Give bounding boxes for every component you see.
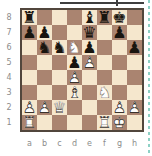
file-label-f: f xyxy=(97,137,112,150)
square-a3[interactable] xyxy=(22,85,37,100)
square-g6[interactable] xyxy=(112,40,127,55)
square-e2[interactable] xyxy=(82,100,97,115)
square-e7[interactable]: ♛ xyxy=(82,25,97,40)
square-c7[interactable] xyxy=(52,25,67,40)
square-a2[interactable]: ♟♙ xyxy=(22,100,37,115)
piece-white-pawn-fill: ♟ xyxy=(82,55,97,70)
piece-white-rook-fill: ♜ xyxy=(22,115,37,130)
square-f3[interactable]: ♞♘ xyxy=(97,85,112,100)
rank-label-1: 1 xyxy=(2,115,16,130)
square-d6[interactable]: ♞♘ xyxy=(67,40,82,55)
square-a6[interactable] xyxy=(22,40,37,55)
piece-black-bishop-e8: ♝ xyxy=(82,10,97,25)
piece-white-king-fill: ♚ xyxy=(112,115,127,130)
piece-white-pawn-fill: ♟ xyxy=(22,100,37,115)
file-label-a: a xyxy=(22,137,37,150)
rank-label-5: 5 xyxy=(2,55,16,70)
square-b2[interactable]: ♟♙ xyxy=(37,100,52,115)
square-g3[interactable] xyxy=(112,85,127,100)
square-b1[interactable] xyxy=(37,115,52,130)
square-c4[interactable] xyxy=(52,70,67,85)
square-d4[interactable]: ♟♙ xyxy=(67,70,82,85)
piece-black-knight-b6: ♞ xyxy=(37,40,52,55)
piece-white-pawn-a2: ♙ xyxy=(22,100,37,115)
square-c2[interactable]: ♛♕ xyxy=(52,100,67,115)
square-a8[interactable]: ♜ xyxy=(22,10,37,25)
square-d2[interactable] xyxy=(67,100,82,115)
rank-label-2: 2 xyxy=(2,100,16,115)
piece-white-rook-a1: ♖ xyxy=(22,115,37,130)
square-f2[interactable] xyxy=(97,100,112,115)
square-c3[interactable] xyxy=(52,85,67,100)
piece-white-bishop-d3: ♗ xyxy=(67,85,82,100)
piece-white-pawn-fill: ♟ xyxy=(37,100,52,115)
file-label-b: b xyxy=(37,137,52,150)
rank-label-7: 7 xyxy=(2,25,16,40)
square-c1[interactable] xyxy=(52,115,67,130)
chess-diagram: ♜♝♜♚♟♟♛♟♞♞♞♘♟♟♟♟♙♟♙♝♗♞♘♟♙♟♙♛♕♟♙♟♙♜♖♜♖♚♔ … xyxy=(0,0,152,156)
piece-white-queen-fill: ♛ xyxy=(52,100,67,115)
piece-white-rook-fill: ♜ xyxy=(97,115,112,130)
piece-white-pawn-d4: ♙ xyxy=(67,70,82,85)
piece-black-knight-c6: ♞ xyxy=(52,40,67,55)
square-c6[interactable]: ♞ xyxy=(52,40,67,55)
square-c5[interactable] xyxy=(52,55,67,70)
square-d5[interactable]: ♟ xyxy=(67,55,82,70)
piece-black-pawn-e6: ♟ xyxy=(82,40,97,55)
file-label-d: d xyxy=(67,137,82,150)
square-c8[interactable] xyxy=(52,10,67,25)
file-label-g: g xyxy=(112,137,127,150)
square-d1[interactable] xyxy=(67,115,82,130)
square-g4[interactable] xyxy=(112,70,127,85)
piece-black-pawn-h6: ♟ xyxy=(127,40,142,55)
square-e8[interactable]: ♝ xyxy=(82,10,97,25)
piece-white-pawn-fill: ♟ xyxy=(67,70,82,85)
square-f4[interactable] xyxy=(97,70,112,85)
piece-white-bishop-fill: ♝ xyxy=(67,85,82,100)
square-b5[interactable] xyxy=(37,55,52,70)
square-g1[interactable]: ♚♔ xyxy=(112,115,127,130)
square-b7[interactable]: ♟ xyxy=(37,25,52,40)
square-b8[interactable] xyxy=(37,10,52,25)
square-b3[interactable] xyxy=(37,85,52,100)
piece-white-pawn-e5: ♙ xyxy=(82,55,97,70)
piece-black-pawn-b7: ♟ xyxy=(37,25,52,40)
square-a7[interactable]: ♟ xyxy=(22,25,37,40)
square-e4[interactable] xyxy=(82,70,97,85)
square-h8[interactable] xyxy=(127,10,142,25)
square-h6[interactable]: ♟ xyxy=(127,40,142,55)
rank-label-3: 3 xyxy=(2,85,16,100)
piece-white-king-g1: ♔ xyxy=(112,115,127,130)
piece-white-knight-d6: ♘ xyxy=(67,40,82,55)
square-g7[interactable]: ♟ xyxy=(112,25,127,40)
square-g8[interactable]: ♚ xyxy=(112,10,127,25)
square-f1[interactable]: ♜♖ xyxy=(97,115,112,130)
rank-label-8: 8 xyxy=(2,10,16,25)
square-d7[interactable] xyxy=(67,25,82,40)
piece-black-queen-e7: ♛ xyxy=(82,25,97,40)
rank-label-6: 6 xyxy=(2,40,16,55)
top-crop-tick xyxy=(116,0,118,6)
piece-white-queen-c2: ♕ xyxy=(52,100,67,115)
square-a1[interactable]: ♜♖ xyxy=(22,115,37,130)
piece-black-pawn-a7: ♟ xyxy=(22,25,37,40)
piece-black-pawn-d5: ♟ xyxy=(67,55,82,70)
piece-black-king-g8: ♚ xyxy=(112,10,127,25)
square-g5[interactable] xyxy=(112,55,127,70)
square-e1[interactable] xyxy=(82,115,97,130)
square-d3[interactable]: ♝♗ xyxy=(67,85,82,100)
square-e5[interactable]: ♟♙ xyxy=(82,55,97,70)
piece-white-pawn-h2: ♙ xyxy=(127,100,142,115)
piece-white-knight-fill: ♞ xyxy=(67,40,82,55)
square-h5[interactable] xyxy=(127,55,142,70)
piece-black-pawn-g7: ♟ xyxy=(112,25,127,40)
square-h7[interactable] xyxy=(127,25,142,40)
square-f5[interactable] xyxy=(97,55,112,70)
square-g2[interactable]: ♟♙ xyxy=(112,100,127,115)
piece-white-pawn-fill: ♟ xyxy=(127,100,142,115)
square-h1[interactable] xyxy=(127,115,142,130)
piece-white-rook-f1: ♖ xyxy=(97,115,112,130)
file-label-h: h xyxy=(127,137,142,150)
piece-white-knight-f3: ♘ xyxy=(97,85,112,100)
square-e6[interactable]: ♟ xyxy=(82,40,97,55)
square-f6[interactable] xyxy=(97,40,112,55)
square-h2[interactable]: ♟♙ xyxy=(127,100,142,115)
chess-board: ♜♝♜♚♟♟♛♟♞♞♞♘♟♟♟♟♙♟♙♝♗♞♘♟♙♟♙♛♕♟♙♟♙♜♖♜♖♚♔ xyxy=(20,8,144,132)
piece-black-rook-f8: ♜ xyxy=(97,10,112,25)
square-e3[interactable] xyxy=(82,85,97,100)
piece-black-rook-a8: ♜ xyxy=(22,10,37,25)
square-b4[interactable] xyxy=(37,70,52,85)
square-b6[interactable]: ♞ xyxy=(37,40,52,55)
right-dashed-border xyxy=(148,0,150,156)
square-h4[interactable] xyxy=(127,70,142,85)
square-d8[interactable] xyxy=(67,10,82,25)
rank-label-4: 4 xyxy=(2,70,16,85)
piece-white-pawn-g2: ♙ xyxy=(112,100,127,115)
square-h3[interactable] xyxy=(127,85,142,100)
piece-white-pawn-b2: ♙ xyxy=(37,100,52,115)
square-f7[interactable] xyxy=(97,25,112,40)
piece-white-knight-fill: ♞ xyxy=(97,85,112,100)
piece-white-pawn-fill: ♟ xyxy=(112,100,127,115)
square-f8[interactable]: ♜ xyxy=(97,10,112,25)
square-a4[interactable] xyxy=(22,70,37,85)
file-label-e: e xyxy=(82,137,97,150)
file-label-c: c xyxy=(52,137,67,150)
square-a5[interactable] xyxy=(22,55,37,70)
top-crop-line xyxy=(60,2,144,4)
